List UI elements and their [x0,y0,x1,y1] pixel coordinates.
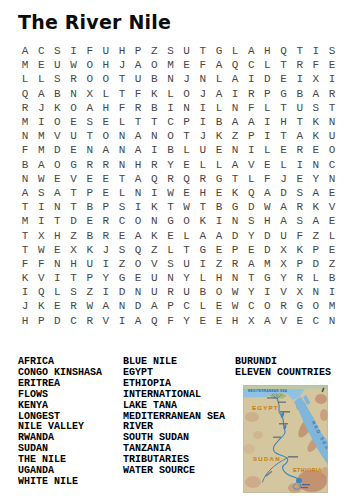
grid-cell-r4c14: I [227,87,243,101]
grid-cell-r1c5: F [82,44,98,58]
grid-cell-r20c2: P [33,314,49,328]
grid-cell-r15c10: L [162,243,178,257]
grid-cell-r3c4: R [65,72,81,86]
grid-cell-r18c10: R [162,285,178,299]
grid-cell-r3c11: J [179,72,195,86]
grid-cell-r11c2: S [33,186,49,200]
grid-cell-r20c12: E [195,314,211,328]
grid-cell-r4c2: A [33,87,49,101]
grid-cell-r9c12: L [195,158,211,172]
grid-cell-r3c15: I [243,72,259,86]
grid-cell-r10c14: T [227,172,243,186]
grid-cell-r8c15: I [243,143,259,157]
grid-cell-r2c13: A [211,58,227,72]
grid-cell-r7c11: T [179,129,195,143]
grid-cell-r5c8: R [130,101,146,115]
grid-cell-r14c12: A [195,228,211,242]
grid-cell-r7c14: Z [227,129,243,143]
grid-cell-r3c8: U [130,72,146,86]
grid-cell-r15c5: K [82,243,98,257]
grid-cell-r9c18: I [292,158,308,172]
grid-cell-r17c1: K [17,271,33,285]
map-western-hills [253,431,263,439]
grid-cell-r14c3: H [49,228,65,242]
grid-cell-r4c10: L [162,87,178,101]
grid-cell-r20c17: V [276,314,292,328]
grid-cell-r6c9: T [146,115,162,129]
grid-cell-r17c2: V [33,271,49,285]
grid-cell-r1c20: S [324,44,340,58]
grid-cell-r11c6: E [98,186,114,200]
grid-cell-r6c1: M [17,115,33,129]
grid-cell-r6c3: O [49,115,65,129]
grid-cell-r4c3: B [49,87,65,101]
grid-cell-r9c1: B [17,158,33,172]
grid-cell-r13c6: R [98,214,114,228]
grid-cell-r13c18: S [292,214,308,228]
grid-cell-r9c3: O [49,158,65,172]
grid-cell-r18c12: B [195,285,211,299]
grid-cell-r7c2: M [33,129,49,143]
grid-cell-r3c19: X [308,72,324,86]
grid-cell-r6c4: E [65,115,81,129]
grid-cell-r20c16: A [259,314,275,328]
grid-cell-r20c7: I [114,314,130,328]
grid-cell-r9c11: E [179,158,195,172]
grid-cell-r10c19: Y [308,172,324,186]
grid-cell-r4c13: A [211,87,227,101]
grid-cell-r7c18: A [292,129,308,143]
grid-cell-r12c4: T [65,200,81,214]
grid-cell-r12c20: V [324,200,340,214]
grid-cell-r12c10: T [162,200,178,214]
grid-cell-r10c12: R [195,172,211,186]
grid-cell-r3c9: B [146,72,162,86]
grid-cell-r20c6: V [98,314,114,328]
page-title: The River Nile [18,11,171,33]
grid-cell-r10c10: R [162,172,178,186]
grid-cell-r16c11: U [179,257,195,271]
grid-cell-r6c16: I [259,115,275,129]
grid-cell-r15c17: X [276,243,292,257]
grid-cell-r4c12: J [195,87,211,101]
grid-cell-r16c6: I [98,257,114,271]
grid-cell-r13c20: E [324,214,340,228]
grid-cell-r8c4: E [65,143,81,157]
grid-cell-r17c13: H [211,271,227,285]
grid-cell-r10c18: E [292,172,308,186]
grid-cell-r11c10: W [162,186,178,200]
grid-cell-r18c2: Q [33,285,49,299]
grid-cell-r17c4: T [65,271,81,285]
grid-cell-r5c1: R [17,101,33,115]
grid-cell-r13c3: T [49,214,65,228]
word-list-column-2: BLUE NILEEGYPTETHIOPIAINTERNATIONALLAKE … [123,357,225,477]
grid-cell-r14c1: T [17,228,33,242]
grid-cell-r18c6: I [98,285,114,299]
word-list-column-3: BURUNDIELEVEN COUNTRIES [235,357,331,379]
grid-cell-r18c8: N [130,285,146,299]
grid-cell-r6c5: S [82,115,98,129]
grid-cell-r1c1: A [17,44,33,58]
grid-cell-r19c6: A [98,299,114,313]
word-search-grid: ACSIFUHPZSUTGLAHQTISMEUWOHJAOMEFAQCLTRFE… [17,44,340,328]
grid-cell-r8c6: A [98,143,114,157]
grid-cell-r7c20: U [324,129,340,143]
grid-cell-r7c13: K [211,129,227,143]
grid-cell-r4c4: N [65,87,81,101]
grid-cell-r8c20: O [324,143,340,157]
grid-cell-r19c15: C [243,299,259,313]
grid-cell-r2c7: J [114,58,130,72]
grid-cell-r18c13: O [211,285,227,299]
grid-cell-r18c11: U [179,285,195,299]
grid-cell-r4c20: R [324,87,340,101]
grid-cell-r1c18: T [292,44,308,58]
grid-cell-r11c9: I [146,186,162,200]
grid-cell-r14c6: R [98,228,114,242]
grid-cell-r1c15: A [243,44,259,58]
grid-cell-r18c15: Y [243,285,259,299]
grid-cell-r15c9: Z [146,243,162,257]
grid-cell-r3c5: O [82,72,98,86]
grid-cell-r17c17: Y [276,271,292,285]
grid-cell-r16c14: R [227,257,243,271]
grid-cell-r6c20: N [324,115,340,129]
grid-cell-r12c12: T [195,200,211,214]
grid-cell-r8c17: E [276,143,292,157]
grid-cell-r20c13: E [211,314,227,328]
grid-cell-r12c19: K [308,200,324,214]
grid-cell-r6c18: T [292,115,308,129]
grid-cell-r2c11: E [179,58,195,72]
grid-cell-r14c9: K [146,228,162,242]
grid-cell-r2c1: M [17,58,33,72]
grid-cell-r18c16: I [259,285,275,299]
grid-cell-r5c4: O [65,101,81,115]
grid-cell-r14c11: L [179,228,195,242]
grid-cell-r17c20: B [324,271,340,285]
grid-cell-r13c8: O [130,214,146,228]
grid-cell-r1c16: H [259,44,275,58]
grid-cell-r16c4: H [65,257,81,271]
grid-cell-r3c16: D [259,72,275,86]
grid-cell-r1c13: G [211,44,227,58]
grid-cell-r9c5: R [82,158,98,172]
grid-cell-r20c14: H [227,314,243,328]
grid-cell-r12c3: N [49,200,65,214]
grid-cell-r16c1: F [17,257,33,271]
grid-cell-r20c9: Q [146,314,162,328]
grid-cell-r5c15: F [243,101,259,115]
grid-cell-r19c16: O [259,299,275,313]
grid-cell-r15c16: D [259,243,275,257]
grid-cell-r10c7: T [114,172,130,186]
grid-cell-r14c17: U [276,228,292,242]
grid-cell-r5c2: J [33,101,49,115]
grid-cell-r20c18: E [292,314,308,328]
grid-cell-r13c1: M [17,214,33,228]
grid-cell-r4c5: X [82,87,98,101]
grid-cell-r16c7: Z [114,257,130,271]
grid-cell-r2c16: L [259,58,275,72]
grid-cell-r1c12: T [195,44,211,58]
grid-cell-r10c3: E [49,172,65,186]
grid-cell-r9c7: N [114,158,130,172]
grid-cell-r15c1: T [17,243,33,257]
grid-cell-r1c14: L [227,44,243,58]
word-list-item: LAKE TANA [123,401,225,412]
grid-cell-r17c7: G [114,271,130,285]
grid-cell-r3c20: I [324,72,340,86]
grid-cell-r1c3: S [49,44,65,58]
grid-cell-r19c13: E [211,299,227,313]
grid-cell-r14c15: Y [243,228,259,242]
grid-cell-r9c14: A [227,158,243,172]
grid-cell-r4c16: P [259,87,275,101]
grid-cell-r15c6: J [98,243,114,257]
grid-cell-r3c12: N [195,72,211,86]
grid-cell-r2c3: U [49,58,65,72]
grid-cell-r5c18: U [292,101,308,115]
grid-cell-r3c3: S [49,72,65,86]
word-list-item: WATER SOURCE [123,466,225,477]
grid-cell-r9c16: E [259,158,275,172]
grid-cell-r11c12: H [195,186,211,200]
grid-cell-r11c13: E [211,186,227,200]
grid-cell-r8c2: M [33,143,49,157]
grid-cell-r2c18: R [292,58,308,72]
grid-cell-r18c7: D [114,285,130,299]
grid-cell-r10c16: F [259,172,275,186]
grid-cell-r1c2: C [33,44,49,58]
grid-cell-r5c16: L [259,101,275,115]
grid-cell-r10c8: A [130,172,146,186]
grid-cell-r9c19: N [308,158,324,172]
grid-cell-r18c9: U [146,285,162,299]
grid-cell-r11c19: A [308,186,324,200]
map-label-sudan: SUDAN [253,456,281,462]
grid-cell-r8c16: L [259,143,275,157]
grid-cell-r5c12: I [195,101,211,115]
grid-cell-r5c7: F [114,101,130,115]
grid-cell-r10c11: Q [179,172,195,186]
grid-cell-r14c4: Z [65,228,81,242]
grid-cell-r6c12: I [195,115,211,129]
grid-cell-r2c4: W [65,58,81,72]
grid-cell-r20c15: X [243,314,259,328]
grid-cell-r7c15: P [243,129,259,143]
grid-cell-r13c14: N [227,214,243,228]
grid-cell-r17c8: E [130,271,146,285]
grid-cell-r9c10: Y [162,158,178,172]
grid-cell-r16c12: I [195,257,211,271]
grid-cell-r2c14: Q [227,58,243,72]
grid-cell-r5c11: N [179,101,195,115]
word-list-item: FLOWS [18,390,102,401]
word-list-item: ELEVEN COUNTRIES [235,368,331,379]
grid-cell-r5c3: K [49,101,65,115]
grid-cell-r15c2: W [33,243,49,257]
grid-cell-r19c20: M [324,299,340,313]
grid-cell-r7c9: N [146,129,162,143]
grid-cell-r18c18: X [292,285,308,299]
grid-cell-r4c9: K [146,87,162,101]
grid-cell-r6c15: A [243,115,259,129]
grid-cell-r14c20: L [324,228,340,242]
grid-cell-r4c18: B [292,87,308,101]
grid-cell-r15c20: E [324,243,340,257]
grid-cell-r4c8: F [130,87,146,101]
grid-cell-r12c14: G [227,200,243,214]
grid-cell-r11c5: P [82,186,98,200]
grid-cell-r16c13: Z [211,257,227,271]
grid-cell-r1c10: S [162,44,178,58]
grid-cell-r6c14: A [227,115,243,129]
grid-cell-r20c1: H [17,314,33,328]
grid-cell-r10c17: J [276,172,292,186]
grid-cell-r7c4: U [65,129,81,143]
grid-cell-r7c1: N [17,129,33,143]
grid-cell-r15c19: P [308,243,324,257]
grid-cell-r18c3: L [49,285,65,299]
grid-cell-r15c18: K [292,243,308,257]
grid-cell-r7c12: J [195,129,211,143]
grid-cell-r7c10: O [162,129,178,143]
grid-cell-r12c11: W [179,200,195,214]
grid-cell-r20c4: C [65,314,81,328]
grid-cell-r14c8: A [130,228,146,242]
grid-cell-r16c5: U [82,257,98,271]
grid-cell-r14c18: F [292,228,308,242]
grid-cell-r9c17: L [276,158,292,172]
grid-cell-r2c5: O [82,58,98,72]
grid-cell-r4c17: G [276,87,292,101]
grid-cell-r10c6: E [98,172,114,186]
grid-cell-r7c6: O [98,129,114,143]
grid-cell-r6c2: I [33,115,49,129]
map-arabia-mountains [320,409,328,421]
grid-cell-r12c16: W [259,200,275,214]
grid-cell-r19c7: N [114,299,130,313]
grid-cell-r6c10: C [162,115,178,129]
word-list-item: KENYA [18,401,102,412]
grid-cell-r10c9: Q [146,172,162,186]
grid-cell-r12c2: I [33,200,49,214]
word-list-item: WHITE NILE [18,477,102,488]
grid-cell-r18c1: I [17,285,33,299]
grid-cell-r5c20: T [324,101,340,115]
grid-cell-r18c14: W [227,285,243,299]
grid-cell-r16c9: V [146,257,162,271]
grid-cell-r11c15: Q [243,186,259,200]
grid-cell-r11c14: K [227,186,243,200]
grid-cell-r15c15: E [243,243,259,257]
grid-cell-r4c15: R [243,87,259,101]
grid-cell-r16c2: F [33,257,49,271]
grid-cell-r8c10: B [162,143,178,157]
grid-cell-r19c8: D [130,299,146,313]
grid-cell-r8c11: L [179,143,195,157]
map-western-hills [243,444,255,454]
map-southwest-hills [245,476,261,488]
grid-cell-r8c9: I [146,143,162,157]
grid-cell-r19c4: R [65,299,81,313]
grid-cell-r2c15: C [243,58,259,72]
grid-cell-r15c11: T [179,243,195,257]
grid-cell-r1c11: U [179,44,195,58]
grid-cell-r8c3: D [49,143,65,157]
grid-cell-r17c3: I [49,271,65,285]
grid-cell-r14c7: E [114,228,130,242]
grid-cell-r2c9: O [146,58,162,72]
grid-cell-r4c11: O [179,87,195,101]
grid-cell-r10c20: N [324,172,340,186]
map-label-mediterranean: MEDITERRANEAN SEA [248,389,288,393]
grid-cell-r4c19: A [308,87,324,101]
grid-cell-r9c8: H [130,158,146,172]
grid-cell-r17c5: P [82,271,98,285]
map-label-ethiopia: ETHIOPIA [293,467,322,473]
grid-cell-r2c6: H [98,58,114,72]
grid-cell-r13c11: O [179,214,195,228]
grid-cell-r9c4: G [65,158,81,172]
grid-cell-r1c9: Z [146,44,162,58]
grid-cell-r1c19: I [308,44,324,58]
grid-cell-r13c10: G [162,214,178,228]
grid-cell-r13c17: A [276,214,292,228]
grid-cell-r2c8: A [130,58,146,72]
grid-cell-r17c10: N [162,271,178,285]
grid-cell-r3c17: E [276,72,292,86]
grid-cell-r18c20: I [324,285,340,299]
grid-cell-r13c19: A [308,214,324,228]
grid-cell-r16c17: X [276,257,292,271]
grid-cell-r20c5: R [82,314,98,328]
grid-cell-r20c3: D [49,314,65,328]
grid-cell-r19c19: O [308,299,324,313]
grid-cell-r1c17: Q [276,44,292,58]
grid-cell-r13c7: C [114,214,130,228]
grid-cell-r14c14: D [227,228,243,242]
grid-cell-r14c10: E [162,228,178,242]
grid-cell-r16c16: M [259,257,275,271]
grid-cell-r12c7: S [114,200,130,214]
grid-cell-r10c1: N [17,172,33,186]
grid-cell-r1c7: H [114,44,130,58]
grid-cell-r8c12: U [195,143,211,157]
grid-cell-r9c2: A [33,158,49,172]
grid-cell-r15c7: S [114,243,130,257]
nile-map-image: MEDITERRANEAN SEA EGYPT SUDAN ETHIOPIA R… [243,385,328,493]
grid-cell-r20c20: N [324,314,340,328]
grid-cell-r14c5: B [82,228,98,242]
grid-cell-r12c13: B [211,200,227,214]
grid-cell-r19c10: P [162,299,178,313]
grid-cell-r11c7: L [114,186,130,200]
grid-cell-r2c19: F [308,58,324,72]
grid-cell-r12c1: T [17,200,33,214]
grid-cell-r17c18: R [292,271,308,285]
grid-cell-r17c12: L [195,271,211,285]
grid-cell-r20c8: A [130,314,146,328]
map-lake-tana [296,478,302,483]
grid-cell-r17c16: G [259,271,275,285]
grid-cell-r2c12: F [195,58,211,72]
grid-cell-r17c15: T [243,271,259,285]
map-label-egypt: EGYPT [252,405,279,411]
grid-cell-r3c7: T [114,72,130,86]
